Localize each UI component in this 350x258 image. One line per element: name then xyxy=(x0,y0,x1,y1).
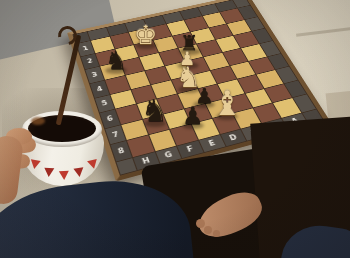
black-rook-d3[interactable]: ♜ xyxy=(180,33,199,54)
scene: 12345678HGFEDCBA ♝♞♟♚♜♞♟♞♟ xyxy=(0,0,350,258)
cup-bunting-triangle xyxy=(29,159,40,170)
white-king-e2[interactable]: ♚ xyxy=(134,22,157,48)
toe xyxy=(196,219,205,228)
cup-bunting-triangle xyxy=(44,168,55,178)
black-knight-h7[interactable]: ♞ xyxy=(141,96,168,126)
toe xyxy=(213,230,220,237)
coffee-foam xyxy=(31,117,45,125)
black-pawn-g7[interactable]: ♟ xyxy=(182,104,204,128)
black-knight-h3[interactable]: ♞ xyxy=(105,48,127,73)
white-bishop-e8[interactable]: ♝ xyxy=(212,86,242,120)
cup-bunting-triangle xyxy=(59,171,69,180)
toe xyxy=(204,226,212,234)
cup-bunting-triangle xyxy=(73,167,84,177)
